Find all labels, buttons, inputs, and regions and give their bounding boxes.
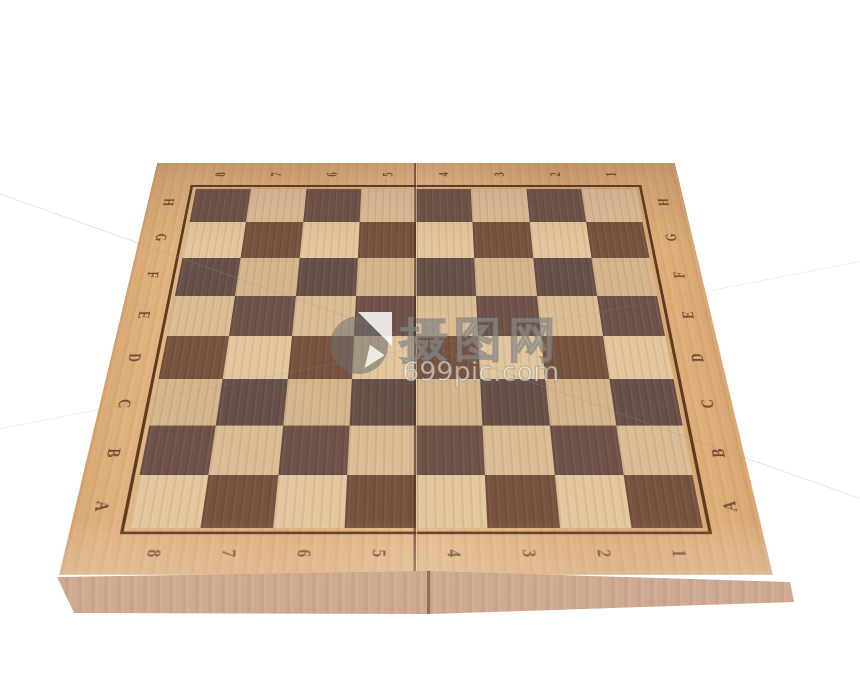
square-B5 [347, 425, 416, 475]
square-H7 [246, 189, 306, 222]
square-A3 [485, 475, 559, 528]
square-C4 [416, 379, 483, 425]
square-F2 [533, 258, 597, 296]
square-G8 [182, 222, 246, 258]
square-C6 [283, 379, 352, 425]
square-E8 [167, 296, 235, 336]
square-B1 [616, 425, 692, 475]
square-C5 [349, 379, 416, 425]
square-D6 [287, 336, 354, 379]
square-G7 [241, 222, 303, 258]
square-B6 [278, 425, 350, 475]
square-D8 [158, 336, 229, 379]
square-E4 [416, 296, 478, 336]
square-H4 [416, 189, 473, 222]
square-F6 [295, 258, 357, 296]
square-F5 [356, 258, 416, 296]
square-D1 [603, 336, 674, 379]
board-surface: 87654321 87654321 HGFEDCBA HGFEDCBA [59, 163, 773, 575]
square-G4 [416, 222, 474, 258]
square-F1 [591, 258, 657, 296]
square-C7 [216, 379, 287, 425]
square-D4 [416, 336, 480, 379]
square-G6 [299, 222, 359, 258]
photo-background: 87654321 87654321 HGFEDCBA HGFEDCBA 摄图网 … [0, 0, 860, 696]
square-H3 [471, 189, 529, 222]
square-E2 [537, 296, 603, 336]
square-B7 [209, 425, 283, 475]
square-H1 [581, 189, 643, 222]
square-H2 [526, 189, 586, 222]
square-B2 [549, 425, 623, 475]
square-G2 [529, 222, 591, 258]
square-A8 [129, 475, 209, 528]
square-A4 [416, 475, 488, 528]
square-F8 [175, 258, 241, 296]
square-G5 [358, 222, 416, 258]
square-F7 [235, 258, 299, 296]
square-A7 [201, 475, 278, 528]
square-F4 [416, 258, 476, 296]
square-B3 [483, 425, 555, 475]
square-B4 [416, 425, 485, 475]
square-D2 [541, 336, 610, 379]
square-A5 [344, 475, 416, 528]
square-H6 [303, 189, 361, 222]
fold-seam [414, 163, 419, 575]
square-E7 [229, 296, 295, 336]
square-G3 [473, 222, 533, 258]
square-A2 [554, 475, 631, 528]
chessboard: 87654321 87654321 HGFEDCBA HGFEDCBA [59, 163, 773, 575]
square-G1 [586, 222, 650, 258]
square-H8 [189, 189, 251, 222]
square-A1 [623, 475, 703, 528]
square-A6 [273, 475, 347, 528]
square-C2 [545, 379, 616, 425]
square-B8 [140, 425, 216, 475]
square-D3 [478, 336, 545, 379]
fold-seam-side [427, 571, 430, 614]
square-C1 [609, 379, 682, 425]
square-F3 [474, 258, 536, 296]
square-C3 [480, 379, 549, 425]
square-H5 [359, 189, 416, 222]
